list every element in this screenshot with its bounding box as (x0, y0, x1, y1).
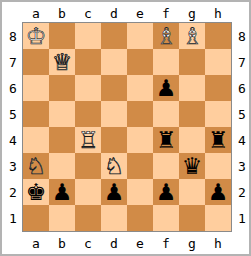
square-d1[interactable] (101, 205, 127, 231)
white-king-piece: ♔ (26, 23, 47, 49)
square-e4[interactable] (127, 127, 153, 153)
square-b6[interactable] (49, 75, 75, 101)
square-d5[interactable] (101, 101, 127, 127)
square-g5[interactable] (179, 101, 205, 127)
white-queen-piece: ♕ (52, 49, 73, 75)
square-c8[interactable] (75, 23, 101, 49)
square-a2[interactable]: ♚ (23, 179, 49, 205)
rank-label-right-2: 2 (233, 179, 251, 205)
square-e1[interactable] (127, 205, 153, 231)
square-f1[interactable] (153, 205, 179, 231)
chess-diagram: abcdefgh 87654321 87654321 ♔♗♗♕♟♖♜♜♘♘♛♚♟… (0, 0, 251, 256)
square-f8[interactable]: ♗ (153, 23, 179, 49)
rank-label-left-3: 3 (4, 153, 22, 179)
file-label-top-a: a (23, 4, 49, 22)
square-e8[interactable] (127, 23, 153, 49)
file-label-top-c: c (75, 4, 101, 22)
rank-label-right-4: 4 (233, 127, 251, 153)
white-bishop-piece: ♗ (156, 23, 177, 49)
rank-label-right-6: 6 (233, 75, 251, 101)
file-label-bottom-c: c (75, 234, 101, 252)
black-rook-piece: ♜ (208, 127, 229, 153)
file-label-bottom-e: e (127, 234, 153, 252)
file-label-top-h: h (205, 4, 231, 22)
rank-label-right-1: 1 (233, 205, 251, 231)
rank-labels-right: 87654321 (233, 23, 251, 231)
square-b1[interactable] (49, 205, 75, 231)
black-pawn-piece: ♟ (208, 179, 229, 205)
square-c7[interactable] (75, 49, 101, 75)
square-h1[interactable] (205, 205, 231, 231)
square-h7[interactable] (205, 49, 231, 75)
square-c5[interactable] (75, 101, 101, 127)
rank-label-left-6: 6 (4, 75, 22, 101)
square-b4[interactable] (49, 127, 75, 153)
file-label-bottom-h: h (205, 234, 231, 252)
black-pawn-piece: ♟ (52, 179, 73, 205)
rank-label-right-3: 3 (233, 153, 251, 179)
white-bishop-piece: ♗ (182, 23, 203, 49)
file-label-bottom-a: a (23, 234, 49, 252)
square-e2[interactable] (127, 179, 153, 205)
square-f6[interactable]: ♟ (153, 75, 179, 101)
rank-label-left-1: 1 (4, 205, 22, 231)
square-d7[interactable] (101, 49, 127, 75)
square-h6[interactable] (205, 75, 231, 101)
square-c6[interactable] (75, 75, 101, 101)
square-h8[interactable] (205, 23, 231, 49)
square-f2[interactable]: ♟ (153, 179, 179, 205)
square-f4[interactable]: ♜ (153, 127, 179, 153)
square-g1[interactable] (179, 205, 205, 231)
square-c1[interactable] (75, 205, 101, 231)
square-f3[interactable] (153, 153, 179, 179)
rank-label-left-2: 2 (4, 179, 22, 205)
square-g4[interactable] (179, 127, 205, 153)
square-b5[interactable] (49, 101, 75, 127)
square-b7[interactable]: ♕ (49, 49, 75, 75)
square-a8[interactable]: ♔ (23, 23, 49, 49)
rank-label-right-7: 7 (233, 49, 251, 75)
square-c4[interactable]: ♖ (75, 127, 101, 153)
rank-label-left-8: 8 (4, 23, 22, 49)
file-label-top-g: g (179, 4, 205, 22)
rank-label-left-7: 7 (4, 49, 22, 75)
square-d6[interactable] (101, 75, 127, 101)
file-label-bottom-d: d (101, 234, 127, 252)
square-b2[interactable]: ♟ (49, 179, 75, 205)
square-g3[interactable]: ♛ (179, 153, 205, 179)
square-a7[interactable] (23, 49, 49, 75)
file-labels-bottom: abcdefgh (23, 234, 231, 252)
square-g7[interactable] (179, 49, 205, 75)
square-g6[interactable] (179, 75, 205, 101)
chess-board: ♔♗♗♕♟♖♜♜♘♘♛♚♟♟♟♟ (23, 23, 231, 231)
square-f7[interactable] (153, 49, 179, 75)
file-label-bottom-f: f (153, 234, 179, 252)
white-knight-piece: ♘ (26, 153, 47, 179)
square-e3[interactable] (127, 153, 153, 179)
rank-label-left-4: 4 (4, 127, 22, 153)
square-g8[interactable]: ♗ (179, 23, 205, 49)
file-label-top-e: e (127, 4, 153, 22)
square-h4[interactable]: ♜ (205, 127, 231, 153)
file-labels-top: abcdefgh (23, 4, 231, 22)
square-e7[interactable] (127, 49, 153, 75)
file-label-top-f: f (153, 4, 179, 22)
file-label-bottom-g: g (179, 234, 205, 252)
rank-labels-left: 87654321 (4, 23, 22, 231)
square-a1[interactable] (23, 205, 49, 231)
file-label-top-d: d (101, 4, 127, 22)
square-h5[interactable] (205, 101, 231, 127)
rank-label-right-8: 8 (233, 23, 251, 49)
black-queen-piece: ♛ (182, 153, 203, 179)
file-label-bottom-b: b (49, 234, 75, 252)
square-h3[interactable] (205, 153, 231, 179)
square-d2[interactable]: ♟ (101, 179, 127, 205)
white-knight-piece: ♘ (104, 153, 125, 179)
square-c3[interactable] (75, 153, 101, 179)
square-a6[interactable] (23, 75, 49, 101)
rank-label-right-5: 5 (233, 101, 251, 127)
square-b8[interactable] (49, 23, 75, 49)
black-pawn-piece: ♟ (104, 179, 125, 205)
black-pawn-piece: ♟ (156, 179, 177, 205)
square-a3[interactable]: ♘ (23, 153, 49, 179)
square-b3[interactable] (49, 153, 75, 179)
white-rook-piece: ♖ (78, 127, 99, 153)
square-e6[interactable] (127, 75, 153, 101)
square-h2[interactable]: ♟ (205, 179, 231, 205)
square-e5[interactable] (127, 101, 153, 127)
file-label-top-b: b (49, 4, 75, 22)
square-c2[interactable] (75, 179, 101, 205)
square-a5[interactable] (23, 101, 49, 127)
black-rook-piece: ♜ (156, 127, 177, 153)
square-d3[interactable]: ♘ (101, 153, 127, 179)
square-f5[interactable] (153, 101, 179, 127)
black-pawn-piece: ♟ (156, 75, 177, 101)
rank-label-left-5: 5 (4, 101, 22, 127)
black-king-piece: ♚ (26, 179, 47, 205)
square-d8[interactable] (101, 23, 127, 49)
square-d4[interactable] (101, 127, 127, 153)
square-a4[interactable] (23, 127, 49, 153)
square-g2[interactable] (179, 179, 205, 205)
